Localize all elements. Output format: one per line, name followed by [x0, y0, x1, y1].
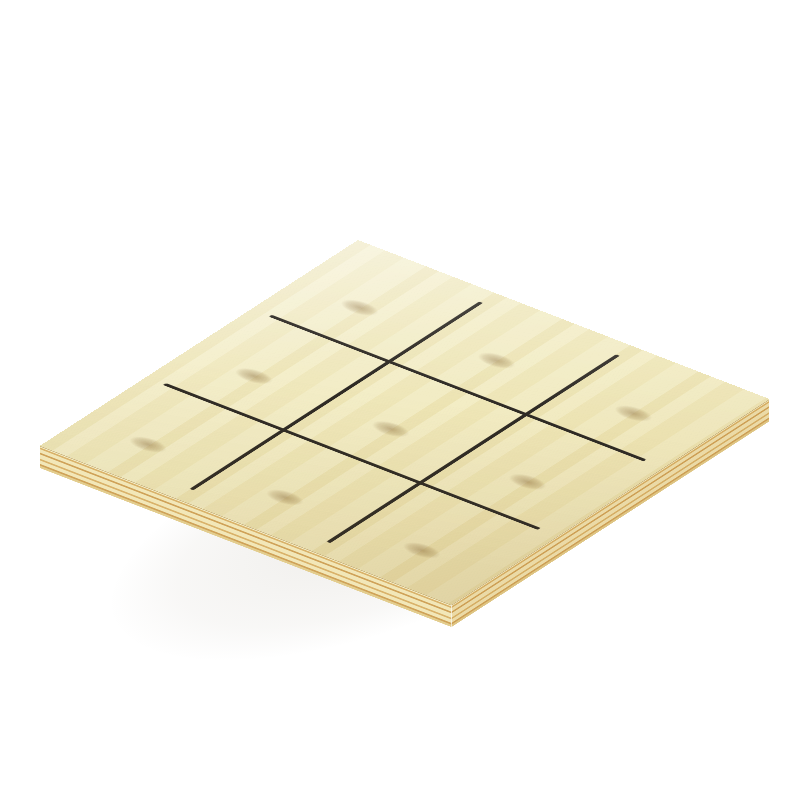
peg-base-shading [392, 414, 418, 423]
wooden-peg[interactable] [521, 404, 563, 476]
wooden-peg[interactable] [278, 420, 320, 492]
wooden-peg[interactable] [627, 336, 669, 408]
wooden-peg[interactable] [384, 351, 426, 423]
wooden-peg[interactable] [247, 298, 289, 370]
peg-head-highlight [253, 304, 274, 322]
product-photo-scene [0, 0, 800, 800]
wooden-peg[interactable] [353, 230, 395, 302]
wooden-peg[interactable] [415, 473, 457, 545]
peg-base-shading [286, 482, 312, 491]
peg-head-highlight [390, 357, 411, 375]
wooden-peg[interactable] [490, 283, 532, 355]
peg-base-shading [529, 467, 555, 476]
wooden-peg[interactable] [141, 367, 183, 439]
peg-base-shading [423, 535, 449, 544]
